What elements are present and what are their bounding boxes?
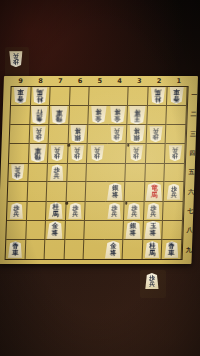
piece-33[interactable]: 銀将 xyxy=(128,125,145,143)
square-35[interactable] xyxy=(126,164,146,183)
square-21[interactable]: 桂馬 xyxy=(148,87,168,106)
piece-99[interactable]: 香車 xyxy=(8,241,23,258)
square-81[interactable]: 桂馬 xyxy=(31,87,51,106)
rank-label-8: 八 xyxy=(184,221,195,240)
file-label-3: 3 xyxy=(129,77,149,86)
piece-81[interactable]: 桂馬 xyxy=(32,87,48,104)
rank-label-7: 七 xyxy=(185,202,196,221)
square-26[interactable]: 竜馬 xyxy=(144,182,164,202)
square-95[interactable]: 歩兵 xyxy=(8,164,28,183)
piece-97[interactable]: 歩兵 xyxy=(9,203,23,219)
square-57[interactable] xyxy=(85,202,105,221)
square-49[interactable]: 金将 xyxy=(103,240,123,259)
square-23[interactable]: 歩兵 xyxy=(146,125,166,144)
square-11[interactable]: 香車 xyxy=(167,87,187,106)
square-16[interactable]: 歩兵 xyxy=(164,182,184,202)
piece-95[interactable]: 歩兵 xyxy=(11,164,25,180)
file-labels: 987654321 xyxy=(11,77,189,86)
file-label-5: 5 xyxy=(90,77,110,86)
piece-19[interactable]: 香車 xyxy=(164,241,179,258)
rank-label-1: 一 xyxy=(189,86,200,105)
piece-32[interactable]: 王将 xyxy=(128,106,146,125)
board-grid: 香車桂馬桂馬香車角行飛車金将金将王将歩兵銀将歩兵銀将歩兵飛車歩兵歩兵歩兵歩兵歩兵… xyxy=(5,86,189,260)
square-74[interactable]: 歩兵 xyxy=(48,144,68,164)
piece-43[interactable]: 歩兵 xyxy=(110,126,124,142)
square-84[interactable]: 飛車 xyxy=(28,144,48,164)
piece-72[interactable]: 飛車 xyxy=(50,106,68,125)
piece-23[interactable]: 歩兵 xyxy=(149,126,163,142)
sente-hand-pawn[interactable]: 歩兵 xyxy=(145,273,159,289)
piece-84[interactable]: 飛車 xyxy=(29,144,47,163)
rank-label-3: 三 xyxy=(188,125,199,144)
shogi-photo: 歩兵 987654321 一二三四五六七八九 香車桂馬桂馬香車角行飛車金将金将王… xyxy=(0,0,200,356)
square-31[interactable] xyxy=(128,87,148,106)
square-54[interactable]: 歩兵 xyxy=(87,144,107,164)
square-29[interactable]: 桂馬 xyxy=(142,240,162,259)
gote-hand-pawn[interactable]: 歩兵 xyxy=(9,51,23,67)
square-38[interactable]: 銀将 xyxy=(124,221,144,241)
square-82[interactable]: 角行 xyxy=(30,106,50,126)
square-87[interactable] xyxy=(26,202,46,221)
square-44[interactable] xyxy=(107,144,127,164)
square-73[interactable] xyxy=(49,125,69,144)
file-label-9: 9 xyxy=(11,77,31,86)
file-label-2: 2 xyxy=(149,77,169,86)
square-34[interactable]: 歩兵 xyxy=(126,144,146,164)
piece-67[interactable]: 歩兵 xyxy=(68,203,82,219)
square-88[interactable] xyxy=(26,221,46,241)
square-12[interactable] xyxy=(167,106,187,126)
square-55[interactable] xyxy=(87,164,107,183)
rank-label-5: 五 xyxy=(186,163,197,182)
square-76[interactable] xyxy=(47,182,67,202)
square-43[interactable]: 歩兵 xyxy=(107,125,127,144)
piece-82[interactable]: 角行 xyxy=(31,106,49,125)
file-label-7: 7 xyxy=(50,77,70,86)
piece-63[interactable]: 銀将 xyxy=(70,125,87,143)
square-72[interactable]: 飛車 xyxy=(49,106,69,126)
square-58[interactable] xyxy=(84,221,104,241)
square-42[interactable]: 金将 xyxy=(108,106,128,126)
square-97[interactable]: 歩兵 xyxy=(7,202,27,221)
square-75[interactable]: 歩兵 xyxy=(47,164,67,183)
square-48[interactable] xyxy=(104,221,124,241)
square-52[interactable]: 金将 xyxy=(88,106,108,126)
square-77[interactable]: 桂馬 xyxy=(46,202,66,221)
piece-27[interactable]: 歩兵 xyxy=(146,203,160,219)
square-98[interactable] xyxy=(6,221,26,241)
square-39[interactable] xyxy=(123,240,143,259)
piece-42[interactable]: 金将 xyxy=(109,106,126,124)
square-92[interactable] xyxy=(10,106,30,126)
square-78[interactable]: 金将 xyxy=(45,221,65,241)
square-46[interactable]: 銀将 xyxy=(105,182,125,202)
file-label-1: 1 xyxy=(169,77,189,86)
piece-64[interactable]: 歩兵 xyxy=(70,145,84,161)
square-17[interactable] xyxy=(163,202,183,221)
square-41[interactable] xyxy=(109,87,129,106)
square-91[interactable]: 香車 xyxy=(11,87,31,106)
square-65[interactable] xyxy=(67,164,87,183)
piece-34[interactable]: 歩兵 xyxy=(129,145,143,161)
piece-26[interactable]: 竜馬 xyxy=(145,182,163,201)
square-28[interactable]: 玉将 xyxy=(143,221,163,241)
square-89[interactable] xyxy=(25,240,45,259)
square-64[interactable]: 歩兵 xyxy=(68,144,88,164)
square-37[interactable]: 歩兵 xyxy=(124,202,144,221)
square-62[interactable] xyxy=(69,106,89,126)
piece-77[interactable]: 桂馬 xyxy=(48,202,64,219)
piece-74[interactable]: 歩兵 xyxy=(50,145,64,161)
square-47[interactable]: 歩兵 xyxy=(105,202,125,221)
shogi-board: 987654321 一二三四五六七八九 香車桂馬桂馬香車角行飛車金将金将王将歩兵… xyxy=(0,76,198,264)
square-83[interactable]: 歩兵 xyxy=(29,125,49,144)
piece-49[interactable]: 金将 xyxy=(105,241,122,259)
square-85[interactable] xyxy=(28,164,48,183)
square-96[interactable] xyxy=(8,182,28,202)
piece-14[interactable]: 歩兵 xyxy=(168,145,182,161)
square-24[interactable] xyxy=(146,144,166,164)
sente-hand-piece[interactable]: 歩兵 xyxy=(145,273,159,289)
file-label-4: 4 xyxy=(110,77,130,86)
square-13[interactable] xyxy=(166,125,186,144)
square-63[interactable]: 銀将 xyxy=(68,125,88,144)
rank-label-2: 二 xyxy=(188,105,199,124)
gote-hand-piece[interactable]: 歩兵 xyxy=(9,51,23,67)
square-36[interactable] xyxy=(125,182,145,202)
square-51[interactable] xyxy=(89,87,109,106)
square-68[interactable] xyxy=(65,221,85,241)
piece-91[interactable]: 香車 xyxy=(13,87,28,104)
piece-38[interactable]: 銀将 xyxy=(125,221,142,239)
file-label-8: 8 xyxy=(30,77,50,86)
file-label-6: 6 xyxy=(70,77,90,86)
piece-75[interactable]: 歩兵 xyxy=(50,164,64,180)
square-22[interactable] xyxy=(147,106,167,126)
square-66[interactable] xyxy=(66,182,86,202)
square-18[interactable] xyxy=(163,221,183,241)
square-14[interactable]: 歩兵 xyxy=(165,144,185,164)
square-56[interactable] xyxy=(86,182,106,202)
piece-21[interactable]: 桂馬 xyxy=(150,87,166,104)
square-67[interactable]: 歩兵 xyxy=(66,202,86,221)
square-27[interactable]: 歩兵 xyxy=(144,202,164,221)
piece-28[interactable]: 玉将 xyxy=(144,221,162,240)
square-32[interactable]: 王将 xyxy=(128,106,148,126)
square-15[interactable] xyxy=(165,164,185,183)
square-33[interactable]: 銀将 xyxy=(127,125,147,144)
square-93[interactable] xyxy=(10,125,30,144)
square-61[interactable] xyxy=(70,87,90,106)
square-69[interactable] xyxy=(64,240,84,259)
piece-83[interactable]: 歩兵 xyxy=(32,126,46,142)
square-94[interactable] xyxy=(9,144,29,164)
square-19[interactable]: 香車 xyxy=(162,240,182,259)
piece-78[interactable]: 金将 xyxy=(47,221,64,239)
square-71[interactable] xyxy=(50,87,70,106)
piece-16[interactable]: 歩兵 xyxy=(166,184,180,200)
rank-label-6: 六 xyxy=(186,183,197,202)
piece-54[interactable]: 歩兵 xyxy=(90,145,104,161)
square-99[interactable]: 香車 xyxy=(6,240,26,259)
rank-label-4: 四 xyxy=(187,144,198,163)
square-59[interactable] xyxy=(84,240,104,259)
square-53[interactable] xyxy=(88,125,108,144)
piece-52[interactable]: 金将 xyxy=(90,106,107,124)
rank-label-9: 九 xyxy=(184,241,195,260)
piece-47[interactable]: 歩兵 xyxy=(107,203,121,219)
square-45[interactable] xyxy=(106,164,126,183)
piece-29[interactable]: 桂馬 xyxy=(144,241,160,258)
square-25[interactable] xyxy=(145,164,165,183)
piece-11[interactable]: 香車 xyxy=(169,87,184,104)
square-86[interactable] xyxy=(27,182,47,202)
square-79[interactable] xyxy=(45,240,65,259)
piece-37[interactable]: 歩兵 xyxy=(127,203,141,219)
piece-46[interactable]: 銀将 xyxy=(107,183,124,201)
